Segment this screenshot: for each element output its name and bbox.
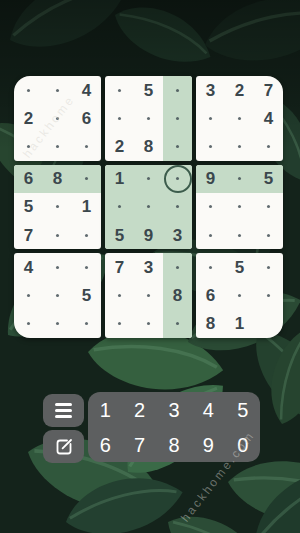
selection-ring: [164, 165, 192, 193]
cell-r1c8[interactable]: 2: [225, 76, 254, 104]
cell-r7c7[interactable]: [196, 253, 225, 281]
cell-dot: [209, 117, 212, 120]
cell-dot: [56, 205, 59, 208]
cell-dot: [27, 89, 30, 92]
cell-value: 8: [144, 138, 153, 155]
digit-button-1[interactable]: 1: [94, 398, 117, 422]
cell-value: 5: [235, 259, 244, 276]
cell-r4c8[interactable]: [225, 165, 254, 193]
cell-r6c3[interactable]: [72, 221, 101, 249]
cell-dot: [209, 234, 212, 237]
cell-r6c9[interactable]: [254, 221, 283, 249]
menu-button[interactable]: [43, 394, 84, 427]
cell-value: 9: [206, 170, 215, 187]
cell-value: 4: [82, 82, 91, 99]
cell-value: 2: [115, 138, 124, 155]
cell-r5c1[interactable]: 5: [14, 193, 43, 221]
cell-value: 1: [115, 170, 124, 187]
cell-value: 1: [235, 315, 244, 332]
cell-dot: [56, 145, 59, 148]
cell-r2c8[interactable]: [225, 104, 254, 132]
cell-r1c9[interactable]: 7: [254, 76, 283, 104]
notes-button[interactable]: [43, 430, 84, 463]
cell-dot: [147, 322, 150, 325]
cell-value: 5: [144, 82, 153, 99]
cell-r7c2[interactable]: [43, 253, 72, 281]
cell-value: 1: [82, 198, 91, 215]
cell-r3c1[interactable]: [14, 132, 43, 160]
cell-dot: [267, 145, 270, 148]
cell-dot: [267, 205, 270, 208]
cell-value: 3: [206, 82, 215, 99]
cell-value: 3: [144, 259, 153, 276]
cell-value: 8: [206, 315, 215, 332]
cell-r9c3[interactable]: [72, 310, 101, 338]
cell-dot: [176, 117, 179, 120]
cell-r1c5[interactable]: 5: [134, 76, 163, 104]
cell-dot: [147, 294, 150, 297]
digit-button-0[interactable]: 0: [231, 433, 254, 457]
cell-r9c7[interactable]: 8: [196, 310, 225, 338]
cell-r7c5[interactable]: 3: [134, 253, 163, 281]
cell-value: 2: [24, 110, 33, 127]
box-6: 45: [14, 253, 101, 338]
cell-r3c5[interactable]: 8: [134, 132, 163, 160]
cell-value: 4: [264, 110, 273, 127]
cell-r1c2[interactable]: [43, 76, 72, 104]
cell-value: 6: [82, 110, 91, 127]
cell-dot: [267, 294, 270, 297]
cell-r9c6[interactable]: [163, 310, 192, 338]
cell-dot: [147, 177, 150, 180]
cell-value: 7: [115, 259, 124, 276]
cell-r5c6[interactable]: [163, 193, 192, 221]
cell-r2c2[interactable]: [43, 104, 72, 132]
cell-r6c4[interactable]: 5: [105, 221, 134, 249]
digit-button-9[interactable]: 9: [197, 433, 220, 457]
cell-r9c8[interactable]: 1: [225, 310, 254, 338]
cell-dot: [209, 266, 212, 269]
digit-button-5[interactable]: 5: [231, 398, 254, 422]
cell-r8c8[interactable]: [225, 282, 254, 310]
numpad: 1234567890: [88, 392, 260, 462]
cell-r2c9[interactable]: 4: [254, 104, 283, 132]
cell-r4c3[interactable]: [72, 165, 101, 193]
cell-dot: [209, 205, 212, 208]
cell-r5c8[interactable]: [225, 193, 254, 221]
cell-r5c9[interactable]: [254, 193, 283, 221]
cell-dot: [118, 205, 121, 208]
digit-button-7[interactable]: 7: [128, 433, 151, 457]
cell-dot: [27, 322, 30, 325]
cell-r2c7[interactable]: [196, 104, 225, 132]
cell-value: 8: [173, 287, 182, 304]
cell-dot: [176, 205, 179, 208]
cell-r5c2[interactable]: [43, 193, 72, 221]
cell-r3c7[interactable]: [196, 132, 225, 160]
cell-dot: [176, 89, 179, 92]
screen: hackhome hackhome.com 426528327468517159…: [0, 0, 300, 533]
cell-value: 5: [82, 287, 91, 304]
cell-r6c1[interactable]: 7: [14, 221, 43, 249]
cell-r8c9[interactable]: [254, 282, 283, 310]
cell-r2c6[interactable]: [163, 104, 192, 132]
cell-r9c2[interactable]: [43, 310, 72, 338]
cell-dot: [56, 234, 59, 237]
cell-r8c7[interactable]: 6: [196, 282, 225, 310]
cell-dot: [238, 205, 241, 208]
digit-button-4[interactable]: 4: [197, 398, 220, 422]
cell-dot: [118, 322, 121, 325]
cell-r7c6[interactable]: [163, 253, 192, 281]
cell-dot: [56, 117, 59, 120]
cell-value: 5: [24, 198, 33, 215]
cell-dot: [85, 322, 88, 325]
cell-dot: [147, 205, 150, 208]
cell-dot: [238, 145, 241, 148]
cell-r2c5[interactable]: [134, 104, 163, 132]
cell-r4c6[interactable]: [163, 165, 192, 193]
cell-dot: [176, 322, 179, 325]
box-3: 68517: [14, 165, 101, 250]
cell-r9c1[interactable]: [14, 310, 43, 338]
cell-r3c2[interactable]: [43, 132, 72, 160]
cell-dot: [176, 145, 179, 148]
cell-r8c1[interactable]: [14, 282, 43, 310]
cell-r4c1[interactable]: 6: [14, 165, 43, 193]
cell-r1c1[interactable]: [14, 76, 43, 104]
cell-r8c5[interactable]: [134, 282, 163, 310]
cell-r8c3[interactable]: 5: [72, 282, 101, 310]
cell-dot: [56, 322, 59, 325]
cell-r6c6[interactable]: 3: [163, 221, 192, 249]
cell-r2c4[interactable]: [105, 104, 134, 132]
cell-value: 6: [24, 170, 33, 187]
box-5: 95: [196, 165, 283, 250]
cell-r9c4[interactable]: [105, 310, 134, 338]
cell-r3c9[interactable]: [254, 132, 283, 160]
cell-r5c4[interactable]: [105, 193, 134, 221]
box-1: 528: [105, 76, 192, 161]
cell-r7c8[interactable]: 5: [225, 253, 254, 281]
cell-r1c7[interactable]: 3: [196, 76, 225, 104]
digit-button-2[interactable]: 2: [128, 398, 151, 422]
cell-r6c2[interactable]: [43, 221, 72, 249]
pencil-square-icon: [54, 437, 74, 457]
sudoku-board: 426528327468517159395457385681: [14, 76, 283, 338]
cell-r5c3[interactable]: 1: [72, 193, 101, 221]
cell-dot: [118, 89, 121, 92]
cell-dot: [238, 234, 241, 237]
cell-r5c7[interactable]: [196, 193, 225, 221]
cell-dot: [238, 294, 241, 297]
cell-r4c7[interactable]: 9: [196, 165, 225, 193]
cell-r1c6[interactable]: [163, 76, 192, 104]
cell-r1c4[interactable]: [105, 76, 134, 104]
cell-r7c4[interactable]: 7: [105, 253, 134, 281]
cell-value: 9: [144, 227, 153, 244]
cell-dot: [176, 266, 179, 269]
cell-r4c9[interactable]: 5: [254, 165, 283, 193]
cell-value: 7: [264, 82, 273, 99]
cell-r3c8[interactable]: [225, 132, 254, 160]
cell-r2c1[interactable]: 2: [14, 104, 43, 132]
cell-value: 5: [115, 227, 124, 244]
cell-dot: [56, 89, 59, 92]
cell-r7c3[interactable]: [72, 253, 101, 281]
cell-r4c4[interactable]: 1: [105, 165, 134, 193]
box-4: 1593: [105, 165, 192, 250]
cell-r7c1[interactable]: 4: [14, 253, 43, 281]
cell-dot: [118, 294, 121, 297]
cell-dot: [27, 145, 30, 148]
cell-dot: [209, 145, 212, 148]
box-0: 426: [14, 76, 101, 161]
cell-r1c3[interactable]: 4: [72, 76, 101, 104]
digit-button-6[interactable]: 6: [94, 433, 117, 457]
cell-dot: [267, 266, 270, 269]
hamburger-icon: [55, 403, 72, 418]
cell-value: 4: [24, 259, 33, 276]
cell-r2c3[interactable]: 6: [72, 104, 101, 132]
cell-dot: [56, 294, 59, 297]
cell-r8c4[interactable]: [105, 282, 134, 310]
cell-r5c5[interactable]: [134, 193, 163, 221]
cell-r7c9[interactable]: [254, 253, 283, 281]
cell-dot: [85, 145, 88, 148]
box-8: 5681: [196, 253, 283, 338]
cell-r3c4[interactable]: 2: [105, 132, 134, 160]
cell-value: 2: [235, 82, 244, 99]
cell-r9c5[interactable]: [134, 310, 163, 338]
cell-value: 6: [206, 287, 215, 304]
cell-r6c7[interactable]: [196, 221, 225, 249]
cell-dot: [118, 117, 121, 120]
cell-dot: [267, 234, 270, 237]
cell-dot: [27, 294, 30, 297]
cell-r4c2[interactable]: 8: [43, 165, 72, 193]
digit-button-3[interactable]: 3: [162, 398, 185, 422]
cell-dot: [85, 177, 88, 180]
cell-dot: [238, 177, 241, 180]
cell-r6c8[interactable]: [225, 221, 254, 249]
box-2: 3274: [196, 76, 283, 161]
cell-r8c6[interactable]: 8: [163, 282, 192, 310]
cell-r3c3[interactable]: [72, 132, 101, 160]
cell-r6c5[interactable]: 9: [134, 221, 163, 249]
cell-r8c2[interactable]: [43, 282, 72, 310]
cell-r3c6[interactable]: [163, 132, 192, 160]
cell-value: 8: [53, 170, 62, 187]
cell-value: 7: [24, 227, 33, 244]
cell-dot: [238, 117, 241, 120]
cell-dot: [85, 234, 88, 237]
cell-r4c5[interactable]: [134, 165, 163, 193]
digit-button-8[interactable]: 8: [162, 433, 185, 457]
cell-dot: [147, 117, 150, 120]
cell-dot: [85, 266, 88, 269]
cell-value: 5: [264, 170, 273, 187]
cell-dot: [56, 266, 59, 269]
cell-value: 3: [173, 227, 182, 244]
box-7: 738: [105, 253, 192, 338]
cell-r9c9[interactable]: [254, 310, 283, 338]
